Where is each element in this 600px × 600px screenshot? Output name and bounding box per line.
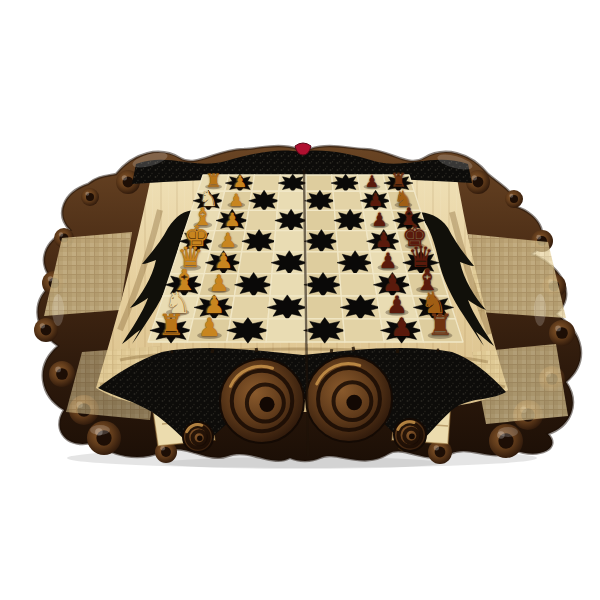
square-d3[interactable] — [238, 252, 274, 274]
frame-scroll — [81, 188, 99, 206]
dark-star-g5 — [305, 190, 336, 211]
dark-star-b6 — [340, 295, 380, 320]
piece-bP-f7[interactable]: ♟ — [371, 210, 388, 229]
square-a4[interactable] — [266, 319, 305, 342]
dark-star-e3 — [242, 230, 276, 253]
dark-star-c5 — [304, 273, 342, 298]
front-scroll-small-left — [183, 422, 213, 452]
square-e6[interactable] — [336, 231, 370, 252]
dark-star-f4 — [275, 209, 307, 231]
piece-wR-a1[interactable]: ♜ — [158, 312, 184, 341]
frame-scroll — [49, 361, 75, 387]
piece-wP-f2[interactable]: ♟ — [224, 210, 241, 229]
dark-star-b4 — [267, 295, 307, 320]
dark-star-h6 — [331, 174, 360, 192]
square-f3[interactable] — [245, 210, 277, 230]
front-volute-left — [220, 359, 304, 443]
piece-bP-a7[interactable]: ♟ — [390, 315, 413, 341]
square-f5[interactable] — [306, 210, 336, 230]
frame-scroll — [549, 320, 575, 346]
dark-star-a5 — [304, 318, 346, 344]
piece-wP-g2[interactable]: ♟ — [229, 191, 244, 208]
square-b5[interactable] — [306, 296, 343, 319]
square-c4[interactable] — [270, 274, 306, 296]
square-e4[interactable] — [274, 231, 306, 252]
dark-star-a3 — [227, 318, 269, 344]
piece-bP-h7[interactable]: ♟ — [365, 174, 379, 190]
piece-wP-a2[interactable]: ♟ — [198, 315, 221, 341]
dark-star-f6 — [334, 209, 366, 231]
dark-star-g3 — [249, 190, 280, 211]
front-scroll-small-right — [394, 419, 426, 451]
dark-star-c3 — [235, 273, 273, 298]
square-g6[interactable] — [333, 191, 363, 210]
square-g4[interactable] — [277, 191, 306, 210]
square-h3[interactable] — [252, 175, 280, 191]
dark-star-d4 — [271, 251, 307, 275]
dark-star-d6 — [337, 251, 373, 275]
piece-wP-e2[interactable]: ♟ — [219, 230, 237, 250]
square-d5[interactable] — [306, 252, 340, 274]
piece-wP-h2[interactable]: ♟ — [233, 174, 247, 190]
dark-star-e5 — [304, 230, 338, 253]
board-artwork — [0, 0, 600, 600]
piece-bP-e7[interactable]: ♟ — [375, 230, 393, 250]
square-b3[interactable] — [231, 296, 270, 319]
carved-chess-set-photo: ♜♟♟♜♞♟♟♞♝♟♟♝♚♟♟♚♛♟♟♛♝♟♟♝♞♟♟♞♜♟♟♜ — [0, 0, 600, 600]
square-a6[interactable] — [343, 319, 384, 342]
piece-bR-a8[interactable]: ♜ — [427, 312, 453, 341]
square-c6[interactable] — [340, 274, 377, 296]
square-h5[interactable] — [306, 175, 333, 191]
front-volute-right — [306, 356, 392, 442]
piece-bP-g7[interactable]: ♟ — [368, 191, 383, 208]
frame-scroll — [505, 190, 523, 208]
